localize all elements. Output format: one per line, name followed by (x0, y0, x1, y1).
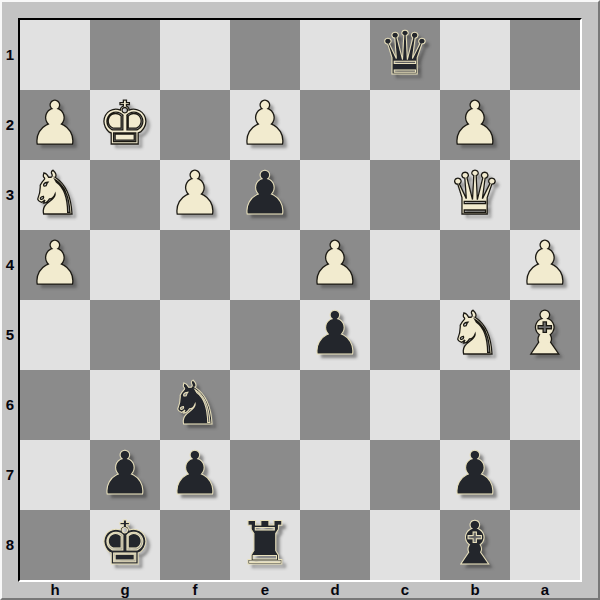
square-b2[interactable]: ♟ (440, 90, 510, 160)
file-label-a: a (510, 582, 580, 598)
rank-label-4: 4 (2, 230, 18, 300)
white-pawn-piece[interactable]: ♟ (160, 160, 230, 230)
square-b6[interactable] (440, 370, 510, 440)
square-h6[interactable] (20, 370, 90, 440)
square-e3[interactable]: ♟ (230, 160, 300, 230)
white-pawn-piece[interactable]: ♟ (20, 230, 90, 300)
white-queen-piece[interactable]: ♛ (440, 160, 510, 230)
square-d2[interactable] (300, 90, 370, 160)
square-h1[interactable] (20, 20, 90, 90)
square-g6[interactable] (90, 370, 160, 440)
square-d8[interactable] (300, 510, 370, 580)
file-label-e: e (230, 582, 300, 598)
square-g2[interactable]: ♚ (90, 90, 160, 160)
square-b5[interactable]: ♞ (440, 300, 510, 370)
square-c1[interactable]: ♛ (370, 20, 440, 90)
square-c5[interactable] (370, 300, 440, 370)
square-g8[interactable]: ♚ (90, 510, 160, 580)
rank-label-5: 5 (2, 300, 18, 370)
square-a1[interactable] (510, 20, 580, 90)
square-a6[interactable] (510, 370, 580, 440)
white-king-piece[interactable]: ♚ (90, 90, 160, 160)
white-knight-piece[interactable]: ♞ (440, 300, 510, 370)
black-king-piece[interactable]: ♚ (90, 510, 160, 580)
rank-label-7: 7 (2, 440, 18, 510)
square-f1[interactable] (160, 20, 230, 90)
square-f3[interactable]: ♟ (160, 160, 230, 230)
square-a5[interactable]: ♝ (510, 300, 580, 370)
square-c7[interactable] (370, 440, 440, 510)
square-b1[interactable] (440, 20, 510, 90)
file-label-f: f (160, 582, 230, 598)
square-c6[interactable] (370, 370, 440, 440)
black-pawn-piece[interactable]: ♟ (90, 440, 160, 510)
square-a2[interactable] (510, 90, 580, 160)
square-e8[interactable]: ♜ (230, 510, 300, 580)
square-e1[interactable] (230, 20, 300, 90)
white-pawn-piece[interactable]: ♟ (510, 230, 580, 300)
black-pawn-piece[interactable]: ♟ (230, 160, 300, 230)
black-pawn-piece[interactable]: ♟ (160, 440, 230, 510)
rank-label-1: 1 (2, 20, 18, 90)
square-d3[interactable] (300, 160, 370, 230)
square-d4[interactable]: ♟ (300, 230, 370, 300)
black-rook-piece[interactable]: ♜ (230, 510, 300, 580)
chessboard: ♛♟♚♟♟♞♟♟♛♟♟♟♟♞♝♞♟♟♟♚♜♝ (18, 18, 582, 582)
square-a4[interactable]: ♟ (510, 230, 580, 300)
square-e7[interactable] (230, 440, 300, 510)
black-pawn-piece[interactable]: ♟ (300, 300, 370, 370)
square-a7[interactable] (510, 440, 580, 510)
square-f2[interactable] (160, 90, 230, 160)
square-h7[interactable] (20, 440, 90, 510)
white-pawn-piece[interactable]: ♟ (230, 90, 300, 160)
square-g5[interactable] (90, 300, 160, 370)
square-c4[interactable] (370, 230, 440, 300)
file-label-d: d (300, 582, 370, 598)
white-pawn-piece[interactable]: ♟ (300, 230, 370, 300)
square-d7[interactable] (300, 440, 370, 510)
square-f7[interactable]: ♟ (160, 440, 230, 510)
square-b7[interactable]: ♟ (440, 440, 510, 510)
white-bishop-piece[interactable]: ♝ (510, 300, 580, 370)
square-d1[interactable] (300, 20, 370, 90)
square-h4[interactable]: ♟ (20, 230, 90, 300)
rank-label-8: 8 (2, 510, 18, 580)
square-f8[interactable] (160, 510, 230, 580)
square-f6[interactable]: ♞ (160, 370, 230, 440)
square-f4[interactable] (160, 230, 230, 300)
square-a3[interactable] (510, 160, 580, 230)
square-d6[interactable] (300, 370, 370, 440)
square-g7[interactable]: ♟ (90, 440, 160, 510)
square-h8[interactable] (20, 510, 90, 580)
black-queen-piece[interactable]: ♛ (370, 20, 440, 90)
square-b4[interactable] (440, 230, 510, 300)
square-g3[interactable] (90, 160, 160, 230)
black-bishop-piece[interactable]: ♝ (440, 510, 510, 580)
chessboard-frame: ♛♟♚♟♟♞♟♟♛♟♟♟♟♞♝♞♟♟♟♚♜♝ 12345678 hgfedcba (0, 0, 600, 600)
black-pawn-piece[interactable]: ♟ (440, 440, 510, 510)
file-label-c: c (370, 582, 440, 598)
square-c2[interactable] (370, 90, 440, 160)
square-h3[interactable]: ♞ (20, 160, 90, 230)
white-pawn-piece[interactable]: ♟ (440, 90, 510, 160)
white-pawn-piece[interactable]: ♟ (20, 90, 90, 160)
black-knight-piece[interactable]: ♞ (160, 370, 230, 440)
square-c8[interactable] (370, 510, 440, 580)
square-e4[interactable] (230, 230, 300, 300)
square-e5[interactable] (230, 300, 300, 370)
file-label-h: h (20, 582, 90, 598)
rank-label-2: 2 (2, 90, 18, 160)
square-h2[interactable]: ♟ (20, 90, 90, 160)
square-h5[interactable] (20, 300, 90, 370)
square-a8[interactable] (510, 510, 580, 580)
square-c3[interactable] (370, 160, 440, 230)
square-d5[interactable]: ♟ (300, 300, 370, 370)
square-g4[interactable] (90, 230, 160, 300)
white-knight-piece[interactable]: ♞ (20, 160, 90, 230)
square-e6[interactable] (230, 370, 300, 440)
file-label-g: g (90, 582, 160, 598)
square-b3[interactable]: ♛ (440, 160, 510, 230)
square-g1[interactable] (90, 20, 160, 90)
rank-label-3: 3 (2, 160, 18, 230)
square-f5[interactable] (160, 300, 230, 370)
square-b8[interactable]: ♝ (440, 510, 510, 580)
square-e2[interactable]: ♟ (230, 90, 300, 160)
rank-label-6: 6 (2, 370, 18, 440)
file-label-b: b (440, 582, 510, 598)
